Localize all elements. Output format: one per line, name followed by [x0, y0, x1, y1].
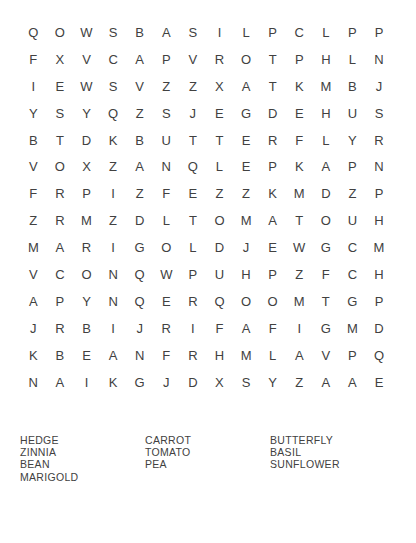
word-list-item: BUTTERFLY: [270, 434, 340, 446]
grid-cell[interactable]: R: [47, 315, 74, 342]
grid-cell[interactable]: B: [339, 73, 366, 100]
grid-cell[interactable]: P: [339, 19, 366, 46]
grid-cell[interactable]: J: [180, 100, 207, 127]
grid-cell[interactable]: F: [286, 127, 313, 154]
word-list-item: PEA: [145, 458, 270, 470]
grid-cell[interactable]: N: [100, 288, 127, 315]
grid-cell[interactable]: K: [286, 73, 313, 100]
grid-cell[interactable]: Z: [126, 180, 153, 207]
grid-cell[interactable]: R: [47, 180, 74, 207]
grid-cell[interactable]: D: [180, 369, 207, 396]
grid-cell[interactable]: Q: [206, 288, 233, 315]
grid-cell[interactable]: M: [233, 342, 260, 369]
grid-cell[interactable]: J: [126, 315, 153, 342]
grid-cell[interactable]: R: [73, 234, 100, 261]
grid-cell[interactable]: B: [73, 315, 100, 342]
grid-cell[interactable]: E: [233, 153, 260, 180]
grid-cell[interactable]: Z: [339, 180, 366, 207]
grid-cell[interactable]: D: [126, 207, 153, 234]
grid-cell[interactable]: H: [313, 100, 340, 127]
grid-cell[interactable]: Q: [126, 288, 153, 315]
grid-cell[interactable]: P: [153, 46, 180, 73]
word-list-item: BEAN: [20, 458, 145, 470]
grid-cell[interactable]: I: [100, 180, 127, 207]
grid-cell[interactable]: M: [286, 288, 313, 315]
grid-cell[interactable]: Y: [73, 288, 100, 315]
grid-cell[interactable]: S: [153, 100, 180, 127]
grid-cell[interactable]: O: [47, 19, 74, 46]
grid-cell[interactable]: G: [313, 234, 340, 261]
grid-cell[interactable]: E: [259, 234, 286, 261]
grid-cell[interactable]: J: [233, 234, 260, 261]
grid-cell[interactable]: F: [313, 261, 340, 288]
grid-cell[interactable]: H: [366, 207, 393, 234]
word-list-item: SUNFLOWER: [270, 458, 340, 470]
grid-cell[interactable]: E: [180, 180, 207, 207]
grid-cell[interactable]: N: [153, 153, 180, 180]
grid-cell[interactable]: L: [153, 207, 180, 234]
grid-cell[interactable]: E: [47, 73, 74, 100]
word-list-column: CARROTTOMATOPEA: [145, 434, 270, 483]
grid-cell[interactable]: Y: [20, 100, 47, 127]
grid-cell[interactable]: M: [233, 207, 260, 234]
grid-cell[interactable]: I: [73, 369, 100, 396]
grid-cell[interactable]: I: [100, 315, 127, 342]
grid-cell[interactable]: P: [259, 261, 286, 288]
grid-cell[interactable]: R: [366, 127, 393, 154]
grid-cell[interactable]: B: [47, 342, 74, 369]
grid-cell[interactable]: Z: [286, 261, 313, 288]
grid-cell[interactable]: E: [206, 100, 233, 127]
grid-cell[interactable]: D: [259, 100, 286, 127]
grid-cell[interactable]: P: [73, 180, 100, 207]
grid-cell[interactable]: X: [206, 369, 233, 396]
word-list-item: TOMATO: [145, 446, 270, 458]
grid-cell[interactable]: T: [180, 127, 207, 154]
grid-cell[interactable]: Z: [100, 153, 127, 180]
grid-cell[interactable]: B: [126, 127, 153, 154]
word-list: HEDGEZINNIABEANMARIGOLDCARROTTOMATOPEABU…: [20, 434, 340, 483]
grid-cell[interactable]: F: [259, 315, 286, 342]
grid-cell[interactable]: R: [47, 207, 74, 234]
grid-cell[interactable]: A: [233, 73, 260, 100]
grid-cell[interactable]: V: [73, 46, 100, 73]
grid-cell[interactable]: M: [20, 234, 47, 261]
letter-grid: QOWSBASILPCLPPFXVCAPVROTPHLNIEWSVZZXATKM…: [20, 19, 392, 395]
grid-cell[interactable]: M: [286, 180, 313, 207]
grid-cell[interactable]: T: [180, 207, 207, 234]
grid-cell[interactable]: L: [313, 127, 340, 154]
grid-cell[interactable]: I: [180, 315, 207, 342]
grid-cell[interactable]: Z: [126, 100, 153, 127]
grid-cell[interactable]: F: [153, 342, 180, 369]
grid-cell[interactable]: V: [313, 342, 340, 369]
grid-cell[interactable]: D: [313, 180, 340, 207]
grid-cell[interactable]: I: [206, 19, 233, 46]
grid-cell[interactable]: T: [206, 127, 233, 154]
grid-cell[interactable]: Q: [126, 261, 153, 288]
grid-cell[interactable]: A: [47, 234, 74, 261]
grid-cell[interactable]: A: [126, 46, 153, 73]
grid-cell[interactable]: O: [206, 207, 233, 234]
grid-cell[interactable]: A: [313, 369, 340, 396]
grid-cell[interactable]: C: [339, 234, 366, 261]
grid-cell[interactable]: S: [47, 100, 74, 127]
grid-cell[interactable]: G: [339, 288, 366, 315]
grid-cell[interactable]: L: [339, 46, 366, 73]
grid-cell[interactable]: S: [366, 100, 393, 127]
grid-cell[interactable]: T: [259, 73, 286, 100]
grid-cell[interactable]: W: [73, 19, 100, 46]
grid-cell[interactable]: Z: [233, 180, 260, 207]
grid-cell[interactable]: X: [47, 46, 74, 73]
grid-cell[interactable]: J: [20, 315, 47, 342]
grid-cell[interactable]: R: [259, 127, 286, 154]
grid-cell[interactable]: W: [73, 73, 100, 100]
grid-cell[interactable]: O: [233, 288, 260, 315]
grid-cell[interactable]: P: [366, 180, 393, 207]
grid-cell[interactable]: U: [339, 100, 366, 127]
grid-cell[interactable]: G: [126, 234, 153, 261]
grid-cell[interactable]: T: [313, 288, 340, 315]
word-search-puzzle: QOWSBASILPCLPPFXVCAPVROTPHLNIEWSVZZXATKM…: [0, 0, 416, 543]
grid-cell[interactable]: P: [259, 153, 286, 180]
grid-cell[interactable]: Y: [259, 369, 286, 396]
grid-cell[interactable]: B: [126, 19, 153, 46]
grid-cell[interactable]: A: [339, 369, 366, 396]
grid-cell[interactable]: Q: [366, 342, 393, 369]
grid-cell[interactable]: A: [286, 342, 313, 369]
grid-cell[interactable]: S: [233, 369, 260, 396]
grid-cell[interactable]: H: [313, 46, 340, 73]
word-list-column: BUTTERFLYBASILSUNFLOWER: [270, 434, 340, 483]
grid-cell[interactable]: L: [233, 19, 260, 46]
grid-cell[interactable]: H: [233, 261, 260, 288]
grid-cell[interactable]: O: [73, 261, 100, 288]
grid-cell[interactable]: Z: [153, 73, 180, 100]
grid-cell[interactable]: F: [20, 180, 47, 207]
grid-cell[interactable]: P: [180, 261, 207, 288]
grid-cell[interactable]: P: [259, 19, 286, 46]
word-list-item: MARIGOLD: [20, 471, 145, 483]
grid-cell[interactable]: G: [126, 369, 153, 396]
grid-cell[interactable]: S: [100, 73, 127, 100]
word-list-item: BASIL: [270, 446, 340, 458]
grid-cell[interactable]: N: [126, 342, 153, 369]
grid-cell[interactable]: A: [126, 153, 153, 180]
grid-cell[interactable]: F: [20, 46, 47, 73]
grid-cell[interactable]: T: [47, 127, 74, 154]
grid-cell[interactable]: P: [339, 342, 366, 369]
grid-cell[interactable]: C: [100, 46, 127, 73]
grid-cell[interactable]: A: [259, 207, 286, 234]
grid-cell[interactable]: O: [313, 207, 340, 234]
grid-cell[interactable]: W: [286, 234, 313, 261]
grid-cell[interactable]: U: [206, 261, 233, 288]
grid-cell[interactable]: E: [233, 127, 260, 154]
grid-cell[interactable]: S: [100, 19, 127, 46]
grid-cell[interactable]: V: [180, 46, 207, 73]
grid-cell[interactable]: N: [100, 261, 127, 288]
grid-cell[interactable]: W: [153, 261, 180, 288]
grid-cell[interactable]: L: [180, 234, 207, 261]
grid-cell[interactable]: K: [100, 127, 127, 154]
grid-cell[interactable]: Z: [100, 207, 127, 234]
grid-cell[interactable]: C: [47, 261, 74, 288]
grid-cell[interactable]: K: [286, 153, 313, 180]
grid-cell[interactable]: U: [339, 207, 366, 234]
grid-cell[interactable]: I: [20, 73, 47, 100]
grid-cell[interactable]: O: [47, 153, 74, 180]
grid-cell[interactable]: O: [259, 288, 286, 315]
grid-cell[interactable]: K: [259, 180, 286, 207]
grid-cell[interactable]: H: [366, 261, 393, 288]
grid-cell[interactable]: N: [366, 153, 393, 180]
grid-cell[interactable]: E: [73, 342, 100, 369]
grid-cell[interactable]: V: [20, 153, 47, 180]
grid-cell[interactable]: I: [100, 234, 127, 261]
grid-cell[interactable]: D: [73, 127, 100, 154]
grid-cell[interactable]: A: [20, 288, 47, 315]
grid-cell[interactable]: O: [233, 46, 260, 73]
grid-cell[interactable]: M: [339, 315, 366, 342]
grid-cell[interactable]: A: [100, 342, 127, 369]
grid-cell[interactable]: K: [20, 342, 47, 369]
grid-cell[interactable]: Y: [73, 100, 100, 127]
grid-cell[interactable]: J: [153, 369, 180, 396]
grid-cell[interactable]: M: [73, 207, 100, 234]
grid-cell[interactable]: E: [153, 288, 180, 315]
grid-cell[interactable]: E: [286, 100, 313, 127]
grid-cell[interactable]: G: [313, 315, 340, 342]
word-list-item: ZINNIA: [20, 446, 145, 458]
grid-cell[interactable]: X: [206, 73, 233, 100]
grid-cell[interactable]: Z: [20, 207, 47, 234]
grid-cell[interactable]: H: [206, 342, 233, 369]
grid-cell[interactable]: A: [233, 315, 260, 342]
grid-cell[interactable]: V: [126, 73, 153, 100]
grid-cell[interactable]: P: [366, 288, 393, 315]
grid-cell[interactable]: N: [366, 46, 393, 73]
grid-cell[interactable]: M: [366, 234, 393, 261]
grid-cell[interactable]: M: [313, 73, 340, 100]
grid-cell[interactable]: P: [366, 19, 393, 46]
grid-cell[interactable]: Q: [100, 100, 127, 127]
grid-cell[interactable]: E: [366, 369, 393, 396]
grid-cell[interactable]: L: [313, 19, 340, 46]
grid-cell[interactable]: Y: [339, 127, 366, 154]
grid-cell[interactable]: F: [206, 315, 233, 342]
grid-cell[interactable]: O: [153, 234, 180, 261]
grid-cell[interactable]: N: [20, 369, 47, 396]
grid-cell[interactable]: R: [180, 288, 207, 315]
grid-cell[interactable]: B: [20, 127, 47, 154]
grid-cell[interactable]: D: [206, 234, 233, 261]
grid-cell[interactable]: G: [233, 100, 260, 127]
grid-cell[interactable]: L: [259, 342, 286, 369]
word-list-column: HEDGEZINNIABEANMARIGOLD: [20, 434, 145, 483]
grid-cell[interactable]: Z: [180, 73, 207, 100]
grid-cell[interactable]: C: [339, 261, 366, 288]
word-list-item: CARROT: [145, 434, 270, 446]
grid-cell[interactable]: V: [20, 261, 47, 288]
grid-cell[interactable]: L: [206, 153, 233, 180]
grid-cell[interactable]: R: [206, 46, 233, 73]
grid-cell[interactable]: D: [366, 315, 393, 342]
grid-cell[interactable]: A: [153, 19, 180, 46]
grid-cell[interactable]: A: [313, 153, 340, 180]
grid-cell[interactable]: R: [180, 342, 207, 369]
grid-cell[interactable]: X: [73, 153, 100, 180]
grid-cell[interactable]: T: [259, 46, 286, 73]
grid-cell[interactable]: K: [100, 369, 127, 396]
word-list-item: HEDGE: [20, 434, 145, 446]
grid-cell[interactable]: Q: [20, 19, 47, 46]
grid-cell[interactable]: R: [153, 315, 180, 342]
grid-cell[interactable]: U: [153, 127, 180, 154]
grid-cell[interactable]: F: [153, 180, 180, 207]
grid-cell[interactable]: A: [47, 369, 74, 396]
grid-cell[interactable]: Z: [206, 180, 233, 207]
grid-cell[interactable]: P: [47, 288, 74, 315]
grid-cell[interactable]: Q: [180, 153, 207, 180]
grid-cell[interactable]: Z: [286, 369, 313, 396]
grid-cell[interactable]: T: [286, 207, 313, 234]
grid-cell[interactable]: I: [286, 315, 313, 342]
grid-cell[interactable]: J: [366, 73, 393, 100]
grid-cell[interactable]: C: [286, 19, 313, 46]
grid-cell[interactable]: S: [180, 19, 207, 46]
grid-cell[interactable]: P: [286, 46, 313, 73]
grid-cell[interactable]: P: [339, 153, 366, 180]
